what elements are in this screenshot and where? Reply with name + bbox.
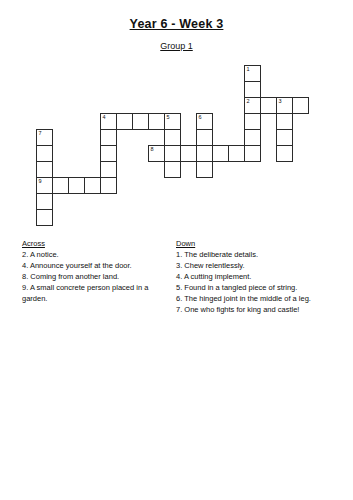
down-clue-7: 7. One who fights for king and castle! (176, 304, 351, 315)
down-clue-3: 3. Chew relentlessly. (176, 260, 351, 271)
down-heading: Down (176, 238, 351, 249)
grid-cell-r7c3[interactable] (84, 177, 101, 194)
grid-cell-r6c8[interactable] (164, 161, 181, 178)
down-clue-1: 1. The deliberate details. (176, 249, 351, 260)
grid-cell-r4c13[interactable] (244, 129, 261, 146)
grid-cell-r8c0[interactable] (36, 193, 53, 210)
grid-cell-r2c15[interactable]: 3 (276, 97, 293, 114)
grid-cell-r4c0[interactable]: 7 (36, 129, 53, 146)
grid-cell-r2c13[interactable]: 2 (244, 97, 261, 114)
grid-cell-r3c8[interactable]: 5 (164, 113, 181, 130)
clue-number-3: 3 (279, 98, 282, 105)
grid-cell-r5c13[interactable] (244, 145, 261, 162)
grid-cell-r4c8[interactable] (164, 129, 181, 146)
grid-cell-r4c15[interactable] (276, 129, 293, 146)
grid-cell-r3c15[interactable] (276, 113, 293, 130)
grid-cell-r5c12[interactable] (228, 145, 245, 162)
grid-cell-r2c14[interactable] (260, 97, 277, 114)
grid-cell-r0c13[interactable]: 1 (244, 65, 261, 82)
grid-cell-r4c4[interactable] (100, 129, 117, 146)
down-clue-6: 6. The hinged joint in the middle of a l… (176, 293, 351, 304)
clue-number-2: 2 (247, 98, 250, 105)
grid-cell-r7c2[interactable] (68, 177, 85, 194)
clue-number-4: 4 (103, 114, 106, 121)
across-heading: Across (22, 238, 164, 249)
grid-cell-r6c4[interactable] (100, 161, 117, 178)
grid-cell-r7c0[interactable]: 9 (36, 177, 53, 194)
across-clue-8: 8. Coming from another land. (22, 271, 164, 282)
grid-cell-r6c0[interactable] (36, 161, 53, 178)
clue-number-8: 8 (151, 146, 154, 153)
grid-cell-r2c16[interactable] (292, 97, 309, 114)
grid-cell-r5c11[interactable] (212, 145, 229, 162)
clue-number-9: 9 (39, 178, 42, 185)
clue-number-7: 7 (39, 130, 42, 137)
grid-cell-r3c7[interactable] (148, 113, 165, 130)
across-clue-2: 2. A notice. (22, 249, 164, 260)
grid-cell-r5c9[interactable] (180, 145, 197, 162)
grid-cell-r3c5[interactable] (116, 113, 133, 130)
clue-number-1: 1 (247, 66, 250, 73)
grid-cell-r7c4[interactable] (100, 177, 117, 194)
grid-cell-r3c13[interactable] (244, 113, 261, 130)
grid-cell-r5c10[interactable] (196, 145, 213, 162)
group-subtitle: Group 1 (0, 41, 353, 51)
clue-number-5: 5 (167, 114, 170, 121)
grid-cell-r6c10[interactable] (196, 161, 213, 178)
down-clue-4: 4. A cutting implement. (176, 271, 351, 282)
grid-cell-r5c0[interactable] (36, 145, 53, 162)
across-clue-9: 9. A small concrete person placed in a g… (22, 282, 164, 304)
grid-cell-r4c10[interactable] (196, 129, 213, 146)
crossword-grid: 123456789 (36, 65, 309, 226)
grid-cell-r3c10[interactable]: 6 (196, 113, 213, 130)
grid-cell-r3c6[interactable] (132, 113, 149, 130)
grid-cell-r5c4[interactable] (100, 145, 117, 162)
grid-cell-r3c4[interactable]: 4 (100, 113, 117, 130)
across-clue-4: 4. Announce yourself at the door. (22, 260, 164, 271)
grid-cell-r5c8[interactable] (164, 145, 181, 162)
grid-cell-r7c1[interactable] (52, 177, 69, 194)
down-clues-section: Down 1. The deliberate details. 3. Chew … (176, 238, 351, 315)
worksheet-page: Year 6 - Week 3 Group 1 123456789 Across… (0, 0, 353, 500)
worksheet-title: Year 6 - Week 3 (0, 17, 353, 31)
across-clues-section: Across 2. A notice. 4. Announce yourself… (22, 238, 164, 304)
clue-number-6: 6 (199, 114, 202, 121)
down-clue-5: 5. Found in a tangled piece of string. (176, 282, 351, 293)
grid-cell-r5c7[interactable]: 8 (148, 145, 165, 162)
grid-cell-r1c13[interactable] (244, 81, 261, 98)
grid-cell-r5c15[interactable] (276, 145, 293, 162)
grid-cell-r9c0[interactable] (36, 209, 53, 226)
